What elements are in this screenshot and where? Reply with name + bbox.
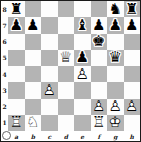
square-d8[interactable]: [58, 1, 75, 17]
square-b3[interactable]: [25, 82, 42, 98]
black-pawn[interactable]: ♟: [91, 17, 107, 33]
square-f7[interactable]: ♟: [91, 17, 108, 33]
square-c5[interactable]: [41, 50, 58, 66]
square-c3[interactable]: ♟♙: [41, 82, 58, 98]
square-h6[interactable]: [124, 34, 141, 50]
file-label-d: d: [58, 131, 75, 141]
square-f6[interactable]: ♚: [91, 34, 108, 50]
square-c8[interactable]: [41, 1, 58, 17]
square-h5[interactable]: [124, 50, 141, 66]
square-g6[interactable]: [107, 34, 124, 50]
black-pawn[interactable]: ♟: [107, 17, 123, 33]
white-pawn-outline: ♙: [91, 99, 107, 115]
square-b7[interactable]: ♟: [25, 17, 42, 33]
white-queen[interactable]: ♛♕: [58, 50, 74, 66]
file-label-e: e: [74, 131, 91, 141]
square-h7[interactable]: ♟: [124, 17, 141, 33]
square-h1[interactable]: [124, 115, 141, 131]
square-g7[interactable]: ♟: [107, 17, 124, 33]
square-f5[interactable]: [91, 50, 108, 66]
square-c2[interactable]: [41, 99, 58, 115]
square-a5[interactable]: [8, 50, 25, 66]
square-a1[interactable]: ♜♖: [8, 115, 25, 131]
rank-label-4: 4: [1, 66, 8, 82]
square-d1[interactable]: [58, 115, 75, 131]
file-label-f: f: [91, 131, 108, 141]
white-pawn[interactable]: ♟♙: [91, 99, 107, 115]
square-e3[interactable]: [74, 82, 91, 98]
black-king[interactable]: ♚: [91, 34, 107, 50]
white-rook[interactable]: ♜♖: [8, 115, 24, 131]
black-queen[interactable]: ♛: [107, 50, 123, 66]
square-g3[interactable]: [107, 82, 124, 98]
square-a3[interactable]: [8, 82, 25, 98]
square-d4[interactable]: [58, 66, 75, 82]
black-pawn[interactable]: ♟: [124, 17, 140, 33]
square-f2[interactable]: ♟♙: [91, 99, 108, 115]
square-b8[interactable]: [25, 1, 42, 17]
black-pawn[interactable]: ♟: [74, 50, 90, 66]
square-g5[interactable]: ♛: [107, 50, 124, 66]
file-label-c: c: [41, 131, 58, 141]
square-d3[interactable]: [58, 82, 75, 98]
file-label-h: h: [124, 131, 141, 141]
white-queen-outline: ♕: [58, 50, 74, 66]
square-e6[interactable]: [74, 34, 91, 50]
black-rook[interactable]: ♜: [124, 1, 140, 17]
square-e4[interactable]: ♟♙: [74, 66, 91, 82]
square-a6[interactable]: [8, 34, 25, 50]
square-g4[interactable]: [107, 66, 124, 82]
square-f8[interactable]: [91, 1, 108, 17]
black-pawn[interactable]: ♟: [8, 17, 24, 33]
square-e8[interactable]: [74, 1, 91, 17]
square-g2[interactable]: ♟♙: [107, 99, 124, 115]
rank-label-1: 1: [1, 115, 8, 131]
square-d2[interactable]: [58, 99, 75, 115]
circle-logo-icon: [2, 131, 11, 140]
square-d7[interactable]: [58, 17, 75, 33]
square-g8[interactable]: ♞: [107, 1, 124, 17]
white-pawn[interactable]: ♟♙: [74, 66, 90, 82]
black-knight[interactable]: ♞: [107, 1, 123, 17]
square-f3[interactable]: [91, 82, 108, 98]
square-d5[interactable]: ♛♕: [58, 50, 75, 66]
square-e7[interactable]: ♝: [74, 17, 91, 33]
square-h2[interactable]: ♟♙: [124, 99, 141, 115]
square-g1[interactable]: ♚♔: [107, 115, 124, 131]
square-b2[interactable]: [25, 99, 42, 115]
square-a2[interactable]: [8, 99, 25, 115]
file-label-g: g: [107, 131, 124, 141]
square-b5[interactable]: [25, 50, 42, 66]
rank-label-5: 5: [1, 50, 8, 66]
black-pawn[interactable]: ♟: [25, 17, 41, 33]
square-c6[interactable]: [41, 34, 58, 50]
white-pawn-outline: ♙: [124, 99, 140, 115]
white-pawn[interactable]: ♟♙: [124, 99, 140, 115]
black-bishop[interactable]: ♝: [74, 17, 90, 33]
square-b4[interactable]: [25, 66, 42, 82]
square-b1[interactable]: ♞♘: [25, 115, 42, 131]
square-a7[interactable]: ♟: [8, 17, 25, 33]
white-rook-outline: ♖: [91, 115, 107, 131]
white-rook-outline: ♖: [8, 115, 24, 131]
square-b6[interactable]: [25, 34, 42, 50]
white-pawn-outline: ♙: [74, 66, 90, 82]
square-h8[interactable]: ♜: [124, 1, 141, 17]
white-king-outline: ♔: [107, 115, 123, 131]
chess-diagram: 8♜♞♜7♟♟♝♟♟♟6♚5♛♕♟♛4♟♙3♟♙2♟♙♟♙♟♙1♜♖♞♘♜♖♚♔…: [0, 0, 141, 142]
square-e1[interactable]: [74, 115, 91, 131]
white-knight-outline: ♘: [25, 115, 41, 131]
white-pawn-outline: ♙: [41, 82, 57, 98]
white-pawn-outline: ♙: [107, 99, 123, 115]
rank-label-8: 8: [1, 1, 8, 17]
square-e2[interactable]: [74, 99, 91, 115]
rank-label-7: 7: [1, 17, 8, 33]
white-rook[interactable]: ♜♖: [91, 115, 107, 131]
white-pawn[interactable]: ♟♙: [107, 99, 123, 115]
square-e5[interactable]: ♟: [74, 50, 91, 66]
square-h4[interactable]: [124, 66, 141, 82]
white-king[interactable]: ♚♔: [107, 115, 123, 131]
rank-label-3: 3: [1, 82, 8, 98]
chessboard: 8♜♞♜7♟♟♝♟♟♟6♚5♛♕♟♛4♟♙3♟♙2♟♙♟♙♟♙1♜♖♞♘♜♖♚♔…: [1, 1, 140, 141]
square-c4[interactable]: [41, 66, 58, 82]
square-a4[interactable]: [8, 66, 25, 82]
square-c7[interactable]: [41, 17, 58, 33]
white-pawn[interactable]: ♟♙: [41, 82, 57, 98]
square-a8[interactable]: ♜: [8, 1, 25, 17]
rank-label-2: 2: [1, 99, 8, 115]
rank-label-6: 6: [1, 34, 8, 50]
square-c1[interactable]: [41, 115, 58, 131]
square-d6[interactable]: [58, 34, 75, 50]
black-rook[interactable]: ♜: [8, 1, 24, 17]
white-knight[interactable]: ♞♘: [25, 115, 41, 131]
square-h3[interactable]: [124, 82, 141, 98]
square-f1[interactable]: ♜♖: [91, 115, 108, 131]
file-label-b: b: [25, 131, 42, 141]
square-f4[interactable]: [91, 66, 108, 82]
